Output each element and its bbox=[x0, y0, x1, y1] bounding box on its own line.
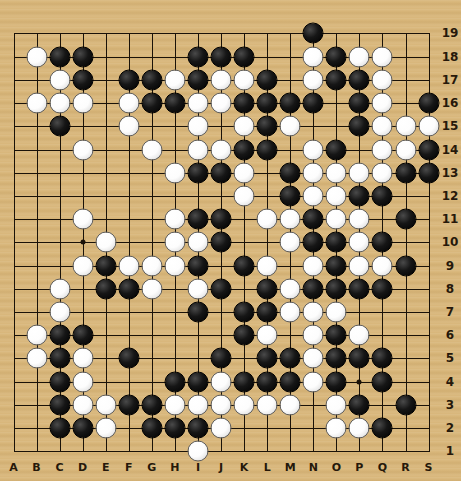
stone-white[interactable] bbox=[72, 139, 93, 160]
stone-white[interactable] bbox=[95, 418, 116, 439]
stone-white[interactable] bbox=[395, 116, 416, 137]
stone-white[interactable] bbox=[326, 394, 347, 415]
stone-black[interactable] bbox=[234, 255, 255, 276]
row-label: 1 bbox=[446, 444, 454, 458]
stone-black[interactable] bbox=[395, 209, 416, 230]
stone-black[interactable] bbox=[349, 93, 370, 114]
stone-white[interactable] bbox=[164, 232, 185, 253]
stone-black[interactable] bbox=[372, 371, 393, 392]
stone-white[interactable] bbox=[349, 46, 370, 67]
stone-white[interactable] bbox=[211, 69, 232, 90]
stone-black[interactable] bbox=[187, 418, 208, 439]
stone-white[interactable] bbox=[211, 371, 232, 392]
stone-white[interactable] bbox=[164, 255, 185, 276]
stone-black[interactable] bbox=[49, 348, 70, 369]
stone-white[interactable] bbox=[280, 394, 301, 415]
stone-black[interactable] bbox=[257, 278, 278, 299]
stone-black[interactable] bbox=[49, 371, 70, 392]
stone-black[interactable] bbox=[187, 162, 208, 183]
stone-black[interactable] bbox=[257, 302, 278, 323]
column-label: J bbox=[219, 461, 223, 474]
stone-black[interactable] bbox=[118, 69, 139, 90]
stone-white[interactable] bbox=[303, 348, 324, 369]
stone-white[interactable] bbox=[164, 394, 185, 415]
stone-white[interactable] bbox=[164, 162, 185, 183]
stone-black[interactable] bbox=[280, 348, 301, 369]
grid-line-vertical bbox=[14, 33, 15, 452]
stone-black[interactable] bbox=[326, 139, 347, 160]
stone-black[interactable] bbox=[234, 46, 255, 67]
stone-black[interactable] bbox=[257, 69, 278, 90]
stone-black[interactable] bbox=[349, 348, 370, 369]
stone-black[interactable] bbox=[280, 185, 301, 206]
stone-white[interactable] bbox=[280, 302, 301, 323]
stone-white[interactable] bbox=[118, 116, 139, 137]
stone-black[interactable] bbox=[395, 162, 416, 183]
stone-black[interactable] bbox=[280, 93, 301, 114]
stone-white[interactable] bbox=[72, 209, 93, 230]
row-label: 9 bbox=[446, 259, 454, 273]
column-label: F bbox=[125, 461, 133, 474]
grid-line-vertical bbox=[406, 33, 407, 452]
stone-white[interactable] bbox=[257, 325, 278, 346]
stone-black[interactable] bbox=[164, 93, 185, 114]
stone-black[interactable] bbox=[141, 69, 162, 90]
stone-black[interactable] bbox=[72, 46, 93, 67]
stone-black[interactable] bbox=[234, 93, 255, 114]
row-label: 19 bbox=[442, 26, 459, 40]
stone-black[interactable] bbox=[141, 418, 162, 439]
stone-white[interactable] bbox=[49, 302, 70, 323]
stone-white[interactable] bbox=[303, 255, 324, 276]
stone-black[interactable] bbox=[303, 93, 324, 114]
stone-black[interactable] bbox=[349, 185, 370, 206]
stone-white[interactable] bbox=[234, 116, 255, 137]
stone-white[interactable] bbox=[349, 325, 370, 346]
stone-white[interactable] bbox=[303, 162, 324, 183]
stone-black[interactable] bbox=[395, 394, 416, 415]
stone-black[interactable] bbox=[211, 162, 232, 183]
row-label: 7 bbox=[446, 305, 454, 319]
column-label: L bbox=[264, 461, 271, 474]
stone-white[interactable] bbox=[187, 441, 208, 462]
stone-black[interactable] bbox=[49, 46, 70, 67]
stone-black[interactable] bbox=[187, 46, 208, 67]
stone-black[interactable] bbox=[257, 116, 278, 137]
stone-white[interactable] bbox=[26, 325, 47, 346]
go-board[interactable]: ABCDEFGHIJKLMNOPQRS191817161514131211109… bbox=[0, 0, 461, 481]
stone-white[interactable] bbox=[49, 69, 70, 90]
stone-white[interactable] bbox=[303, 139, 324, 160]
stone-black[interactable] bbox=[257, 371, 278, 392]
stone-black[interactable] bbox=[372, 348, 393, 369]
stone-white[interactable] bbox=[372, 116, 393, 137]
stone-white[interactable] bbox=[187, 93, 208, 114]
stone-white[interactable] bbox=[349, 232, 370, 253]
row-label: 4 bbox=[446, 375, 454, 389]
stone-black[interactable] bbox=[280, 162, 301, 183]
column-label: M bbox=[285, 461, 296, 474]
stone-black[interactable] bbox=[349, 116, 370, 137]
stone-black[interactable] bbox=[211, 278, 232, 299]
stone-black[interactable] bbox=[303, 232, 324, 253]
stone-black[interactable] bbox=[349, 278, 370, 299]
stone-white[interactable] bbox=[72, 348, 93, 369]
column-label: I bbox=[196, 461, 200, 474]
stone-black[interactable] bbox=[72, 418, 93, 439]
stone-black[interactable] bbox=[187, 302, 208, 323]
stone-white[interactable] bbox=[118, 93, 139, 114]
stone-black[interactable] bbox=[72, 69, 93, 90]
stone-black[interactable] bbox=[118, 348, 139, 369]
stone-white[interactable] bbox=[349, 209, 370, 230]
stone-black[interactable] bbox=[372, 418, 393, 439]
column-label: P bbox=[355, 461, 363, 474]
stone-black[interactable] bbox=[141, 394, 162, 415]
stone-white[interactable] bbox=[211, 93, 232, 114]
stone-white[interactable] bbox=[164, 209, 185, 230]
stone-black[interactable] bbox=[141, 93, 162, 114]
row-label: 5 bbox=[446, 351, 454, 365]
stone-black[interactable] bbox=[187, 255, 208, 276]
stone-black[interactable] bbox=[234, 325, 255, 346]
stone-white[interactable] bbox=[118, 255, 139, 276]
stone-white[interactable] bbox=[26, 93, 47, 114]
stone-black[interactable] bbox=[257, 348, 278, 369]
row-label: 16 bbox=[442, 96, 459, 110]
stone-white[interactable] bbox=[280, 278, 301, 299]
stone-white[interactable] bbox=[257, 394, 278, 415]
stone-white[interactable] bbox=[72, 255, 93, 276]
stone-white[interactable] bbox=[349, 255, 370, 276]
stone-white[interactable] bbox=[95, 394, 116, 415]
stone-black[interactable] bbox=[211, 348, 232, 369]
stone-white[interactable] bbox=[49, 93, 70, 114]
stone-white[interactable] bbox=[395, 139, 416, 160]
stone-white[interactable] bbox=[187, 278, 208, 299]
column-label: Q bbox=[378, 461, 387, 474]
stone-white[interactable] bbox=[372, 69, 393, 90]
stone-white[interactable] bbox=[303, 185, 324, 206]
stone-black[interactable] bbox=[280, 371, 301, 392]
stone-white[interactable] bbox=[257, 255, 278, 276]
stone-white[interactable] bbox=[26, 348, 47, 369]
stone-white[interactable] bbox=[280, 232, 301, 253]
stone-black[interactable] bbox=[49, 394, 70, 415]
stone-white[interactable] bbox=[303, 371, 324, 392]
column-label: A bbox=[9, 461, 18, 474]
stone-black[interactable] bbox=[349, 69, 370, 90]
stone-white[interactable] bbox=[326, 418, 347, 439]
stone-white[interactable] bbox=[303, 69, 324, 90]
stone-black[interactable] bbox=[349, 394, 370, 415]
stone-black[interactable] bbox=[372, 185, 393, 206]
column-label: S bbox=[425, 461, 433, 474]
stone-white[interactable] bbox=[141, 255, 162, 276]
stone-black[interactable] bbox=[303, 209, 324, 230]
stone-white[interactable] bbox=[372, 93, 393, 114]
column-label: D bbox=[78, 461, 87, 474]
stone-black[interactable] bbox=[326, 325, 347, 346]
stone-black[interactable] bbox=[49, 418, 70, 439]
stone-white[interactable] bbox=[326, 185, 347, 206]
stone-black[interactable] bbox=[257, 139, 278, 160]
stone-white[interactable] bbox=[187, 232, 208, 253]
stone-black[interactable] bbox=[211, 209, 232, 230]
stone-white[interactable] bbox=[187, 394, 208, 415]
stone-white[interactable] bbox=[280, 116, 301, 137]
stone-black[interactable] bbox=[187, 209, 208, 230]
stone-white[interactable] bbox=[187, 139, 208, 160]
stone-black[interactable] bbox=[164, 371, 185, 392]
column-label: G bbox=[147, 461, 156, 474]
stone-white[interactable] bbox=[211, 418, 232, 439]
row-label: 18 bbox=[442, 50, 459, 64]
stone-white[interactable] bbox=[257, 209, 278, 230]
stone-white[interactable] bbox=[72, 93, 93, 114]
stone-white[interactable] bbox=[49, 278, 70, 299]
row-label: 17 bbox=[442, 73, 459, 87]
row-label: 10 bbox=[442, 235, 459, 249]
stone-white[interactable] bbox=[72, 394, 93, 415]
stone-white[interactable] bbox=[349, 418, 370, 439]
stone-white[interactable] bbox=[326, 209, 347, 230]
column-label: N bbox=[309, 461, 318, 474]
column-label: B bbox=[32, 461, 40, 474]
stone-black[interactable] bbox=[95, 255, 116, 276]
stone-black[interactable] bbox=[326, 255, 347, 276]
stone-black[interactable] bbox=[418, 93, 439, 114]
column-label: H bbox=[170, 461, 179, 474]
stone-white[interactable] bbox=[418, 116, 439, 137]
stone-white[interactable] bbox=[303, 46, 324, 67]
row-label: 11 bbox=[442, 212, 459, 226]
stone-white[interactable] bbox=[326, 162, 347, 183]
row-label: 15 bbox=[442, 119, 459, 133]
stone-white[interactable] bbox=[372, 46, 393, 67]
stone-black[interactable] bbox=[234, 371, 255, 392]
stone-black[interactable] bbox=[118, 394, 139, 415]
stone-black[interactable] bbox=[234, 139, 255, 160]
stone-white[interactable] bbox=[211, 139, 232, 160]
stone-white[interactable] bbox=[187, 116, 208, 137]
stone-white[interactable] bbox=[95, 232, 116, 253]
stone-white[interactable] bbox=[280, 209, 301, 230]
stone-black[interactable] bbox=[326, 232, 347, 253]
stone-black[interactable] bbox=[187, 69, 208, 90]
stone-white[interactable] bbox=[234, 185, 255, 206]
row-label: 13 bbox=[442, 166, 459, 180]
stone-white[interactable] bbox=[164, 69, 185, 90]
stone-white[interactable] bbox=[234, 394, 255, 415]
stone-black[interactable] bbox=[326, 278, 347, 299]
stone-black[interactable] bbox=[372, 278, 393, 299]
row-label: 6 bbox=[446, 328, 454, 342]
stone-black[interactable] bbox=[234, 302, 255, 323]
stone-white[interactable] bbox=[372, 255, 393, 276]
stone-black[interactable] bbox=[418, 162, 439, 183]
row-label: 12 bbox=[442, 189, 459, 203]
stone-black[interactable] bbox=[72, 325, 93, 346]
stone-black[interactable] bbox=[303, 278, 324, 299]
stone-white[interactable] bbox=[234, 69, 255, 90]
stone-black[interactable] bbox=[326, 348, 347, 369]
stone-black[interactable] bbox=[326, 46, 347, 67]
column-label: C bbox=[56, 461, 64, 474]
column-label: K bbox=[240, 461, 249, 474]
stone-black[interactable] bbox=[372, 232, 393, 253]
row-label: 2 bbox=[446, 421, 454, 435]
stone-black[interactable] bbox=[49, 325, 70, 346]
stone-white[interactable] bbox=[349, 162, 370, 183]
column-label: R bbox=[401, 461, 409, 474]
column-label: E bbox=[102, 461, 110, 474]
stone-white[interactable] bbox=[303, 325, 324, 346]
stone-white[interactable] bbox=[234, 162, 255, 183]
column-label: O bbox=[332, 461, 341, 474]
stone-black[interactable] bbox=[49, 116, 70, 137]
stone-white[interactable] bbox=[141, 278, 162, 299]
stone-white[interactable] bbox=[372, 139, 393, 160]
stone-black[interactable] bbox=[95, 278, 116, 299]
row-label: 3 bbox=[446, 398, 454, 412]
stone-white[interactable] bbox=[211, 394, 232, 415]
star-point bbox=[357, 379, 362, 384]
stone-black[interactable] bbox=[187, 371, 208, 392]
star-point bbox=[80, 240, 85, 245]
stone-black[interactable] bbox=[164, 418, 185, 439]
stone-white[interactable] bbox=[326, 302, 347, 323]
row-label: 14 bbox=[442, 143, 459, 157]
stone-black[interactable] bbox=[326, 69, 347, 90]
stone-black[interactable] bbox=[211, 232, 232, 253]
stone-black[interactable] bbox=[257, 93, 278, 114]
stone-black[interactable] bbox=[395, 255, 416, 276]
stone-black[interactable] bbox=[118, 278, 139, 299]
stone-black[interactable] bbox=[303, 23, 324, 44]
stone-white[interactable] bbox=[141, 139, 162, 160]
stone-black[interactable] bbox=[211, 46, 232, 67]
stone-white[interactable] bbox=[72, 371, 93, 392]
stone-white[interactable] bbox=[26, 46, 47, 67]
stone-black[interactable] bbox=[326, 371, 347, 392]
stone-black[interactable] bbox=[418, 139, 439, 160]
stone-white[interactable] bbox=[303, 302, 324, 323]
row-label: 8 bbox=[446, 282, 454, 296]
stone-white[interactable] bbox=[372, 162, 393, 183]
